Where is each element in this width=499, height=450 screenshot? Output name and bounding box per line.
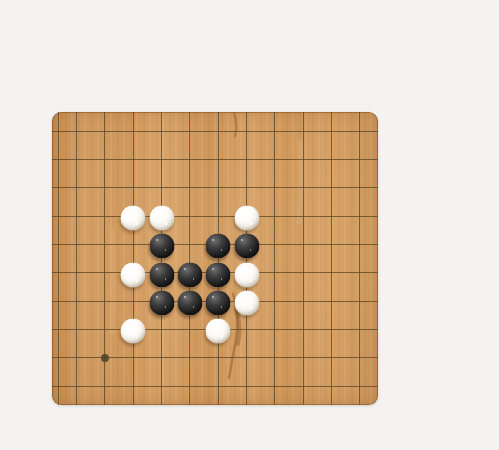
black-stone [206, 291, 231, 316]
star-point [101, 354, 109, 362]
grid-line-vertical [189, 112, 190, 405]
white-stone [149, 206, 174, 231]
black-stone [177, 262, 202, 287]
black-stone [234, 234, 259, 259]
grid-line-horizontal [52, 216, 378, 217]
white-stone [234, 291, 259, 316]
grid-line-horizontal [52, 159, 378, 160]
product-image-canvas [0, 0, 499, 450]
grid-line-horizontal [52, 187, 378, 188]
grid-line-vertical [303, 112, 304, 405]
white-stone [206, 319, 231, 344]
white-stone [121, 262, 146, 287]
grid-line-vertical [331, 112, 332, 405]
white-stone [234, 262, 259, 287]
black-stone [149, 234, 174, 259]
grid-line-vertical [76, 112, 77, 405]
gomoku-board[interactable] [52, 112, 378, 405]
black-stone [177, 291, 202, 316]
white-stone [234, 206, 259, 231]
black-stone [206, 234, 231, 259]
grid-line-horizontal [52, 131, 378, 132]
black-stone [149, 291, 174, 316]
grid-line-vertical [274, 112, 275, 405]
grid-line-vertical [133, 112, 134, 405]
black-stone [206, 262, 231, 287]
grid-line-vertical [359, 112, 360, 405]
white-stone [121, 206, 146, 231]
grid-line-vertical [58, 112, 59, 405]
grid-line-horizontal [52, 386, 378, 387]
white-stone [121, 319, 146, 344]
black-stone [149, 262, 174, 287]
